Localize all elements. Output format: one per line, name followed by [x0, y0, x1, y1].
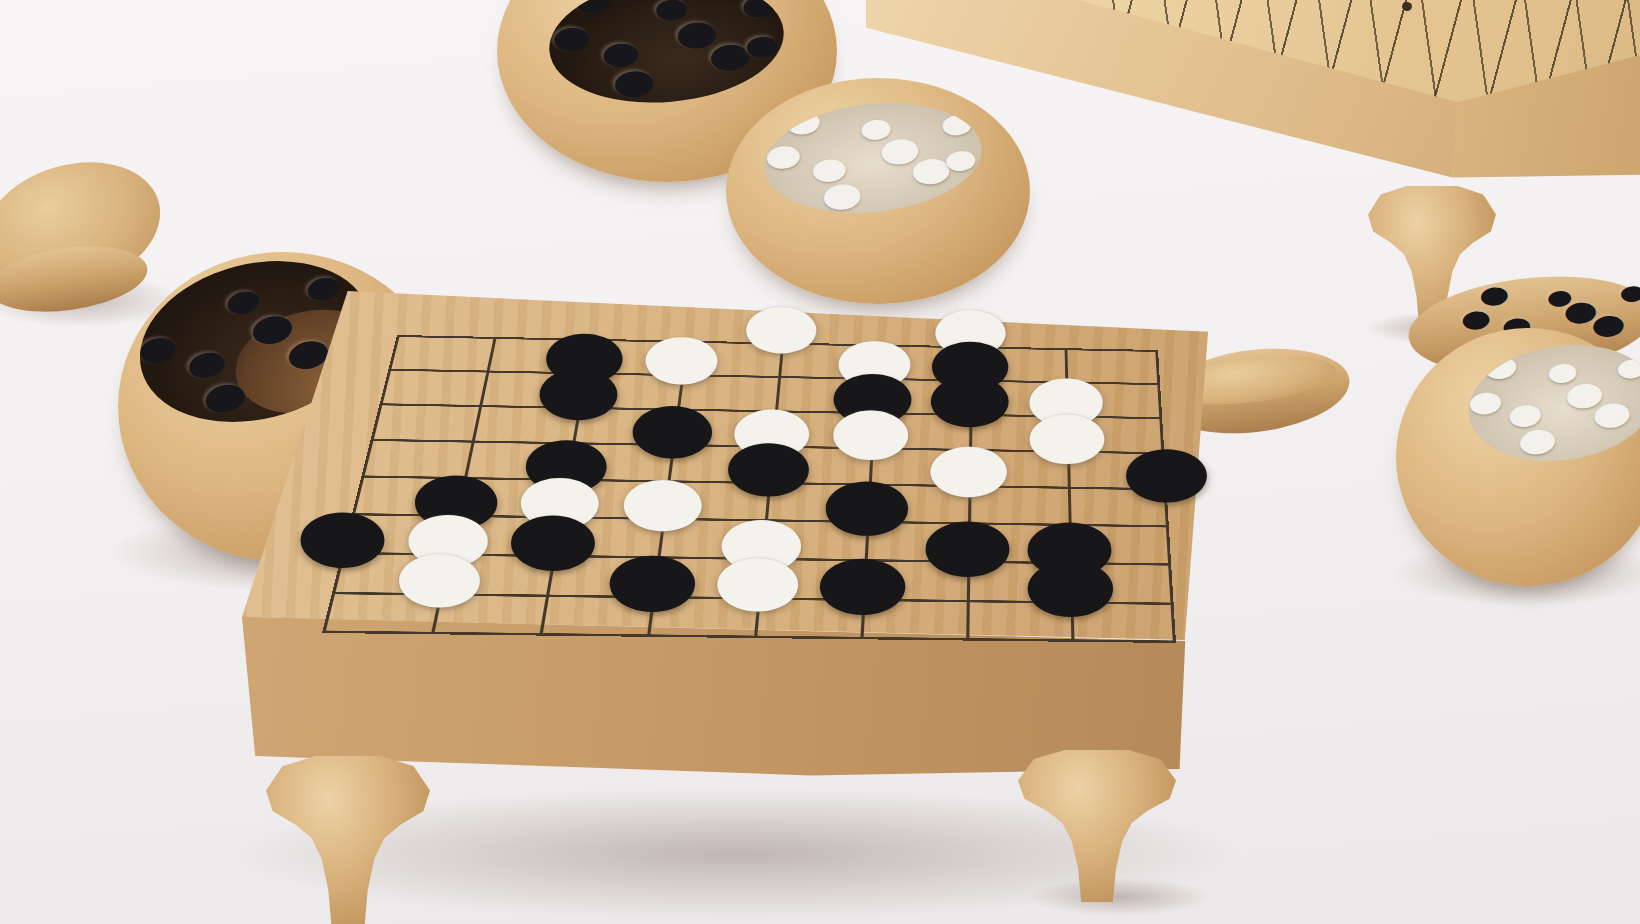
grid-cell[interactable] — [863, 559, 968, 600]
black-heap-stone: ● — [610, 63, 656, 101]
black-heap-stone: ● — [1545, 286, 1573, 309]
grid-cell[interactable] — [867, 483, 969, 522]
black-heap-stone: ● — [1459, 305, 1492, 332]
grid-cell[interactable] — [560, 479, 668, 518]
grid-cell[interactable] — [464, 440, 572, 478]
grid-cell[interactable] — [967, 561, 1071, 602]
grid-cell[interactable] — [1070, 562, 1174, 603]
grid-cell[interactable] — [1069, 524, 1171, 564]
grid-cell[interactable] — [873, 378, 971, 414]
white-heap-stone: ● — [1480, 350, 1519, 383]
white-heap-stone: ● — [1614, 353, 1640, 382]
hoshi-point — [965, 410, 976, 417]
grid-cell[interactable] — [966, 600, 1071, 642]
grid-cell[interactable] — [652, 556, 761, 597]
grid-cell[interactable] — [456, 477, 566, 516]
grid-cell[interactable] — [860, 599, 966, 641]
grid-cell[interactable] — [970, 346, 1065, 381]
black-heap-stone: ● — [221, 282, 263, 319]
grid-cell[interactable] — [1065, 348, 1160, 383]
grid-cell[interactable] — [584, 339, 686, 374]
black-heap-stone: ● — [1589, 308, 1627, 339]
right-white-heap: ●●●●●●●● — [1470, 341, 1640, 466]
grid-cell[interactable] — [778, 343, 876, 378]
right-white-bowl-opening: ●●●●●●●● — [1461, 333, 1640, 472]
grid-cell[interactable] — [761, 519, 866, 559]
white-heap-stone: ● — [1466, 385, 1505, 418]
second-goban-hoshi-dot — [1402, 2, 1412, 11]
go-photo-scene: ●●●●●●● ●●●●●●●●● ●●●●●●●●● ●●●●●●●● ●●●… — [0, 0, 1640, 924]
grid-cell[interactable] — [352, 475, 464, 514]
grid-cell[interactable] — [768, 446, 870, 484]
grid-cell[interactable] — [1070, 601, 1176, 643]
grid-cell[interactable] — [772, 410, 873, 447]
white-heap-stone: ● — [763, 139, 803, 172]
grid-cell[interactable] — [332, 552, 448, 593]
black-heap-stone: ● — [743, 30, 780, 60]
bowl-white-stones-right: ●●●●●●●● — [1396, 328, 1640, 586]
white-heap-stone: ● — [939, 109, 975, 138]
grid-cell[interactable] — [440, 553, 553, 594]
grid-cell[interactable] — [968, 485, 1069, 524]
grid-cell[interactable] — [765, 482, 869, 521]
grid-cell[interactable] — [362, 439, 472, 477]
top-black-bowl-opening: ●●●●●●●●● — [544, 0, 789, 112]
white-heap-stone: ● — [783, 104, 823, 137]
grid-cell[interactable] — [1067, 451, 1167, 489]
black-heap-stone: ● — [740, 0, 777, 20]
grid-cell[interactable] — [371, 403, 480, 440]
black-heap-stone: ● — [550, 20, 592, 54]
grid-cell[interactable] — [969, 414, 1067, 451]
top-white-bowl-opening: ●●●●●●●●● — [759, 93, 987, 223]
grid-cell[interactable] — [775, 376, 874, 412]
grid-cell[interactable] — [380, 369, 487, 405]
white-heap-stone: ● — [1545, 358, 1580, 387]
grid-cell[interactable] — [758, 558, 865, 599]
black-heap-stone: ● — [198, 373, 251, 418]
grid-cell[interactable] — [668, 444, 772, 482]
grid-cell[interactable] — [487, 337, 590, 372]
black-heap-stone: ● — [652, 0, 689, 23]
grid-cell[interactable] — [871, 412, 970, 449]
black-heap-stone: ● — [133, 328, 181, 369]
grid-cell[interactable] — [539, 595, 652, 637]
white-heap-stone: ● — [943, 144, 979, 173]
grid-cell[interactable] — [431, 593, 546, 635]
white-heap-stone: ● — [1590, 395, 1634, 432]
grid-cell[interactable] — [342, 513, 456, 553]
top-black-heap: ●●●●●●●●● — [555, 0, 779, 107]
black-heap-stone: ● — [301, 268, 343, 305]
grid-cell[interactable] — [754, 597, 863, 639]
black-heap-stone: ● — [572, 0, 614, 16]
grid-cell[interactable] — [553, 516, 663, 556]
grid-cell[interactable] — [682, 341, 782, 376]
grid-cell[interactable] — [1068, 487, 1169, 526]
white-heap-stone: ● — [819, 175, 864, 212]
hoshi-point — [962, 557, 973, 565]
grid-cell[interactable] — [448, 515, 560, 555]
grid-cell[interactable] — [967, 522, 1069, 562]
grid-cell[interactable] — [969, 449, 1068, 487]
bowl-white-stones-top: ●●●●●●●●● — [726, 78, 1030, 304]
grid-cell[interactable] — [389, 335, 494, 370]
black-heap-stone: ● — [1618, 281, 1640, 304]
grid-cell[interactable] — [472, 405, 579, 442]
grid-cell[interactable] — [479, 370, 584, 406]
white-heap-stone: ● — [1515, 422, 1559, 459]
grid-cell[interactable] — [647, 596, 758, 638]
grid-cell[interactable] — [874, 344, 970, 379]
grid-cell[interactable] — [566, 442, 672, 480]
grid-cell[interactable] — [677, 374, 778, 410]
goban-grid[interactable] — [322, 335, 1176, 643]
grid-cell[interactable] — [322, 592, 440, 634]
grid-cell[interactable] — [658, 518, 765, 558]
grid-cell[interactable] — [1065, 381, 1162, 417]
grid-cell[interactable] — [663, 480, 769, 519]
grid-cell[interactable] — [970, 380, 1066, 416]
top-white-heap: ●●●●●●●●● — [767, 98, 976, 218]
grid-cell[interactable] — [865, 521, 968, 561]
right-leg-shadow — [1030, 878, 1210, 916]
grid-cell[interactable] — [572, 407, 677, 444]
grid-cell[interactable] — [546, 555, 657, 596]
white-heap-stone: ● — [858, 113, 894, 142]
black-heap-stone: ● — [1478, 282, 1511, 309]
grid-cell[interactable] — [869, 447, 969, 485]
grid-cell[interactable] — [672, 409, 775, 446]
grid-cell[interactable] — [1066, 415, 1164, 452]
grid-cell[interactable] — [579, 372, 682, 408]
